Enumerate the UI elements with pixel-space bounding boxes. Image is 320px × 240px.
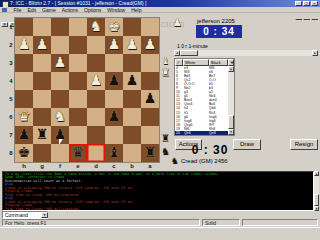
- square-a4[interactable]: [141, 72, 159, 90]
- square-d6[interactable]: [87, 108, 105, 126]
- square-b3[interactable]: [123, 54, 141, 72]
- square-e5[interactable]: [69, 90, 87, 108]
- square-a8[interactable]: ♜: [141, 144, 159, 162]
- status-right-segment: [242, 219, 318, 226]
- black-rook-a8[interactable]: ♜: [141, 144, 159, 161]
- square-f1[interactable]: [51, 18, 69, 36]
- square-f4[interactable]: [51, 72, 69, 90]
- taskbar: Start MSN - MailGoWindo...OLDE-Ma...Hans…: [0, 227, 320, 240]
- white-king-c1[interactable]: ♚: [105, 18, 123, 35]
- title-bar: 7: ICC - Blitzin 2.7 - [ Session #1031 -…: [0, 0, 320, 7]
- blitzin-window: 7: ICC - Blitzin 2.7 - [ Session #1031 -…: [0, 0, 320, 240]
- square-b8[interactable]: [123, 144, 141, 162]
- rank-label-8: 8: [7, 144, 15, 162]
- square-e7[interactable]: [69, 126, 87, 144]
- square-b6[interactable]: [123, 108, 141, 126]
- black-pawn-b4[interactable]: ♟: [123, 72, 141, 89]
- black-pawn-a5[interactable]: ♟: [141, 90, 159, 107]
- console-scroll-up-icon[interactable]: ▲: [314, 171, 319, 176]
- window-title: 7: ICC - Blitzin 2.7 - [ Session #1031 -…: [10, 0, 146, 6]
- square-e2[interactable]: [69, 36, 87, 54]
- square-d3[interactable]: [87, 54, 105, 72]
- rank-label-1: 1: [7, 18, 15, 36]
- console-scrollbar[interactable]: ▲ ▼: [314, 171, 319, 211]
- rank-label-3: 3: [7, 54, 15, 72]
- black-move[interactable]: Qe8: [209, 131, 228, 135]
- black-bishop-c8[interactable]: ♝: [105, 144, 123, 161]
- square-a3[interactable]: [141, 54, 159, 72]
- square-a6[interactable]: [141, 108, 159, 126]
- move-number: 20: [175, 131, 184, 135]
- square-e6[interactable]: [69, 108, 87, 126]
- command-dropdown-icon[interactable]: ▼: [41, 212, 48, 218]
- move-list[interactable]: # White Black ▼ 4e3Nf65Nf3e66Bd3Be77Qc2O…: [174, 58, 235, 136]
- square-b1[interactable]: [123, 18, 141, 36]
- status-mid-text: Solid: [202, 219, 240, 226]
- white-knight-f6[interactable]: ♞: [51, 108, 69, 125]
- black-pawn-h7[interactable]: ♟: [15, 126, 33, 143]
- move-rows[interactable]: 4e3Nf65Nf3e66Bd3Be77Qc2O-O8O-O-Ob59Ne2b4…: [175, 66, 228, 135]
- file-label-a: a: [141, 162, 159, 170]
- move-slider[interactable]: ◄ ►: [174, 50, 318, 56]
- white-queen-h6[interactable]: ♛: [15, 108, 33, 125]
- file-label-g: g: [33, 162, 51, 170]
- square-h1[interactable]: [15, 18, 33, 36]
- white-pawn-g2[interactable]: ♟: [33, 36, 51, 53]
- maximize-icon[interactable]: □: [303, 1, 310, 6]
- square-b2[interactable]: ♟: [123, 36, 141, 54]
- resign-button[interactable]: Resign: [290, 139, 318, 150]
- file-labels: hgfedcba: [15, 162, 159, 170]
- white-pawn-h2[interactable]: ♟: [15, 36, 33, 53]
- square-d2[interactable]: [87, 36, 105, 54]
- black-column-header[interactable]: Black: [209, 59, 228, 66]
- black-pawn-c6[interactable]: ♟: [105, 108, 123, 125]
- square-d4[interactable]: ♟: [87, 72, 105, 90]
- move-list-scrollbar[interactable]: ▲ ▼: [228, 66, 234, 135]
- rank-label-4: 4: [7, 72, 15, 90]
- black-pawn-c4[interactable]: ♟: [105, 72, 123, 89]
- rank-label-2: 2: [7, 36, 15, 54]
- square-g3[interactable]: [33, 54, 51, 72]
- square-c8[interactable]: ♝: [105, 144, 123, 162]
- mouse-cursor: [59, 139, 63, 145]
- square-e3[interactable]: [69, 54, 87, 72]
- white-pawn-c2[interactable]: ♟: [105, 36, 123, 53]
- square-g4[interactable]: [33, 72, 51, 90]
- move-list-header: # White Black ▼: [175, 59, 234, 66]
- player-bottom-name: Cread (GM) 2456: [181, 158, 228, 164]
- square-d8[interactable]: [87, 144, 105, 162]
- file-label-f: f: [51, 162, 69, 170]
- square-g5[interactable]: [33, 90, 51, 108]
- square-c3[interactable]: [105, 54, 123, 72]
- captured-rook-icon: ♜: [161, 134, 170, 144]
- file-label-e: e: [69, 162, 87, 170]
- square-d1[interactable]: ♞: [87, 18, 105, 36]
- square-h5[interactable]: [15, 90, 33, 108]
- square-a1[interactable]: [141, 18, 159, 36]
- clock-bottom: 0 : 30: [185, 143, 235, 157]
- square-a7[interactable]: [141, 126, 159, 144]
- square-e4[interactable]: [69, 72, 87, 90]
- slider-right-arrow-icon[interactable]: ►: [312, 50, 318, 56]
- move-row-20[interactable]: 20Qh6Qe8: [175, 131, 228, 135]
- square-e8[interactable]: ♛: [69, 144, 87, 162]
- minimize-icon[interactable]: _: [295, 1, 302, 6]
- white-pawn-b2[interactable]: ♟: [123, 36, 141, 53]
- square-c7[interactable]: [105, 126, 123, 144]
- square-h3[interactable]: [15, 54, 33, 72]
- scroll-down-icon[interactable]: ▼: [228, 129, 234, 135]
- console-output: To play chess click the Seek a Game butt…: [2, 171, 314, 211]
- square-g2[interactable]: ♟: [33, 36, 51, 54]
- square-f6[interactable]: ♞: [51, 108, 69, 126]
- toolbar-flat-slot: [161, 22, 168, 27]
- scroll-up-icon[interactable]: ▲: [228, 66, 234, 72]
- square-f5[interactable]: [51, 90, 69, 108]
- player-top-name: jefferson 2205: [197, 18, 235, 24]
- square-g6[interactable]: [33, 108, 51, 126]
- captured-rook-icon: ♜: [161, 68, 170, 78]
- captured-bishop-icon: ♝: [161, 56, 170, 66]
- rank-labels: 12345678: [7, 18, 15, 162]
- captured-knight-icon: ♞: [161, 147, 170, 157]
- white-move[interactable]: Qh6: [184, 131, 209, 135]
- square-d7[interactable]: [87, 126, 105, 144]
- square-g8[interactable]: [33, 144, 51, 162]
- rank-label-5: 5: [7, 90, 15, 108]
- move-number-header[interactable]: #: [175, 59, 183, 66]
- close-icon[interactable]: ×: [311, 1, 318, 6]
- square-c6[interactable]: ♟: [105, 108, 123, 126]
- black-rook-g7[interactable]: ♜: [33, 126, 51, 143]
- black-queen-e8[interactable]: ♛: [69, 144, 87, 161]
- console-scroll-down-icon[interactable]: ▼: [314, 206, 319, 211]
- square-f8[interactable]: [51, 144, 69, 162]
- status-help-text: For Help, press F1: [2, 219, 200, 226]
- square-f3[interactable]: ♟: [51, 54, 69, 72]
- square-a5[interactable]: ♟: [141, 90, 159, 108]
- game-info: 1 0 r 1-minute: [177, 43, 208, 49]
- white-column-header[interactable]: White: [183, 59, 209, 66]
- slider-thumb[interactable]: [180, 50, 198, 56]
- square-h6[interactable]: ♛: [15, 108, 33, 126]
- white-pawn-d4[interactable]: ♟: [87, 72, 105, 89]
- square-h2[interactable]: ♟: [15, 36, 33, 54]
- file-label-b: b: [123, 162, 141, 170]
- square-b7[interactable]: [123, 126, 141, 144]
- file-label-h: h: [15, 162, 33, 170]
- black-king-h8[interactable]: ♚: [15, 144, 33, 161]
- square-d5[interactable]: [87, 90, 105, 108]
- file-label-c: c: [105, 162, 123, 170]
- square-h7[interactable]: ♟: [15, 126, 33, 144]
- square-c2[interactable]: ♟: [105, 36, 123, 54]
- square-g7[interactable]: ♜: [33, 126, 51, 144]
- square-g1[interactable]: [33, 18, 51, 36]
- square-c1[interactable]: ♚: [105, 18, 123, 36]
- square-e1[interactable]: [69, 18, 87, 36]
- square-c5[interactable]: [105, 90, 123, 108]
- square-c4[interactable]: ♟: [105, 72, 123, 90]
- square-h4[interactable]: [15, 72, 33, 90]
- white-pawn-a2[interactable]: ♟: [141, 36, 159, 53]
- square-a2[interactable]: ♟: [141, 36, 159, 54]
- white-pawn-icon: ♟: [173, 17, 182, 28]
- white-knight-d1[interactable]: ♞: [87, 18, 105, 35]
- console-line: Ping time to Cread: 500 milliseconds.: [5, 208, 313, 211]
- white-pawn-f3[interactable]: ♟: [51, 54, 69, 71]
- sort-arrow-icon[interactable]: ▼: [228, 59, 234, 66]
- chess-board[interactable]: ♞♚♟♟♟♟♟♟♟♟♟♟♛♞♟♟♜♟♚♛♝♜: [15, 18, 159, 162]
- scrollbar-thumb[interactable]: [228, 115, 234, 129]
- draw-button[interactable]: Draw: [233, 139, 261, 150]
- square-h8[interactable]: ♚: [15, 144, 33, 162]
- square-b5[interactable]: [123, 90, 141, 108]
- clock-top: 0 : 34: [196, 25, 242, 38]
- square-f2[interactable]: [51, 36, 69, 54]
- file-label-d: d: [87, 162, 105, 170]
- console-scroll-thumb[interactable]: [314, 194, 319, 206]
- rank-label-6: 6: [7, 108, 15, 126]
- black-knight-icon: ♞: [171, 156, 179, 166]
- rank-label-7: 7: [7, 126, 15, 144]
- square-b4[interactable]: ♟: [123, 72, 141, 90]
- board-icon: [2, 8, 7, 12]
